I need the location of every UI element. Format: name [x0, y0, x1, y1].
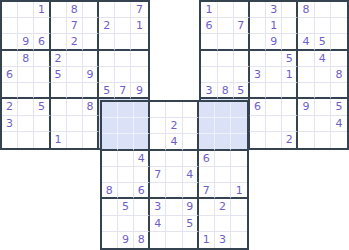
sudoku-grid-bottom-center: 24467486715392459813 [100, 100, 250, 250]
sudoku-cell: 2 [2, 99, 18, 115]
sudoku-cell[interactable] [199, 118, 215, 134]
sudoku-cell[interactable] [231, 102, 247, 118]
sudoku-cell: 6 [201, 18, 217, 34]
sudoku-cell: 8 [67, 2, 83, 18]
sudoku-cell[interactable] [83, 132, 99, 148]
sudoku-cell[interactable] [18, 67, 34, 83]
sudoku-cell[interactable] [83, 116, 99, 132]
sudoku-cell: 1 [34, 2, 50, 18]
sudoku-cell[interactable] [282, 34, 298, 50]
sudoku-cell[interactable] [298, 83, 314, 99]
sudoku-cell[interactable] [266, 83, 282, 99]
sudoku-cell[interactable] [199, 102, 215, 118]
sudoku-cell[interactable] [34, 51, 50, 67]
sudoku-cell[interactable] [282, 116, 298, 132]
sudoku-cell: 4 [134, 151, 150, 167]
sudoku-cell[interactable] [315, 18, 331, 34]
sudoku-cell: 5 [331, 99, 347, 115]
sudoku-cell[interactable] [199, 167, 215, 183]
sudoku-cell[interactable] [315, 83, 331, 99]
sudoku-cell[interactable] [282, 2, 298, 18]
sudoku-cell[interactable] [231, 151, 247, 167]
sudoku-cell: 7 [199, 183, 215, 199]
sudoku-cell: 4 [183, 167, 199, 183]
sudoku-cell: 6 [2, 67, 18, 83]
sudoku-cell[interactable] [118, 151, 134, 167]
sudoku-cell[interactable] [83, 18, 99, 34]
sudoku-cell: 3 [215, 232, 231, 248]
sudoku-cell: 4 [315, 51, 331, 67]
sudoku-cell[interactable] [118, 118, 134, 134]
sudoku-cell[interactable] [2, 18, 18, 34]
sudoku-cell: 2 [215, 199, 231, 215]
sudoku-cell[interactable] [231, 216, 247, 232]
sudoku-cell: 8 [102, 183, 118, 199]
sudoku-cell[interactable] [166, 167, 182, 183]
sudoku-cell[interactable] [83, 83, 99, 99]
sudoku-cell: 3 [266, 2, 282, 18]
sudoku-cell[interactable] [218, 2, 234, 18]
sudoku-cell[interactable] [166, 216, 182, 232]
sudoku-cell[interactable] [183, 183, 199, 199]
sudoku-cell: 9 [131, 83, 147, 99]
sudoku-cell[interactable] [231, 232, 247, 248]
sudoku-cell[interactable] [115, 18, 131, 34]
sudoku-cell[interactable] [134, 199, 150, 215]
sudoku-cell[interactable] [150, 232, 166, 248]
sudoku-cell: 2 [99, 18, 115, 34]
sudoku-cell[interactable] [250, 83, 266, 99]
sudoku-cell[interactable] [250, 2, 266, 18]
sudoku-cell: 8 [18, 51, 34, 67]
sudoku-cell[interactable] [282, 99, 298, 115]
sudoku-cell[interactable] [218, 18, 234, 34]
sudoku-cell[interactable] [67, 83, 83, 99]
sudoku-cell[interactable] [231, 167, 247, 183]
sudoku-cell[interactable] [102, 102, 118, 118]
sudoku-cell: 9 [118, 232, 134, 248]
sudoku-cell: 7 [150, 167, 166, 183]
sudoku-cell: 4 [150, 216, 166, 232]
sudoku-cell: 2 [282, 132, 298, 148]
sudoku-cell[interactable] [166, 199, 182, 215]
sudoku-cell: 8 [83, 99, 99, 115]
sudoku-cell[interactable] [201, 34, 217, 50]
sudoku-cell[interactable] [67, 99, 83, 115]
sudoku-cell[interactable] [118, 216, 134, 232]
sudoku-cell[interactable] [99, 34, 115, 50]
sudoku-cell: 5 [183, 216, 199, 232]
sudoku-cell[interactable] [215, 167, 231, 183]
sudoku-cell[interactable] [51, 99, 67, 115]
sudoku-cell[interactable] [34, 132, 50, 148]
sudoku-cell[interactable] [2, 83, 18, 99]
sudoku-cell[interactable] [18, 132, 34, 148]
sudoku-cell: 1 [282, 67, 298, 83]
sudoku-cell[interactable] [266, 67, 282, 83]
sudoku-cell[interactable] [51, 83, 67, 99]
sudoku-cell[interactable] [102, 199, 118, 215]
sudoku-cell: 1 [131, 18, 147, 34]
sudoku-cell[interactable] [134, 167, 150, 183]
sudoku-cell[interactable] [331, 83, 347, 99]
sudoku-cell: 5 [51, 67, 67, 83]
sudoku-cell: 9 [183, 199, 199, 215]
sudoku-cell[interactable] [199, 199, 215, 215]
sudoku-cell[interactable] [231, 134, 247, 150]
sudoku-cell: 5 [118, 199, 134, 215]
sudoku-cell[interactable] [18, 83, 34, 99]
sudoku-cell[interactable] [67, 67, 83, 83]
sudoku-cell[interactable] [183, 232, 199, 248]
sudoku-cell[interactable] [115, 51, 131, 67]
sudoku-cell[interactable] [115, 67, 131, 83]
sudoku-cell: 5 [234, 83, 250, 99]
sudoku-cell[interactable] [215, 134, 231, 150]
sudoku-cell[interactable] [34, 18, 50, 34]
sudoku-cell[interactable] [131, 67, 147, 83]
sudoku-cell[interactable] [215, 102, 231, 118]
sudoku-cell: 6 [134, 183, 150, 199]
sudoku-cell[interactable] [266, 51, 282, 67]
sudoku-cell: 4 [298, 34, 314, 50]
sudoku-cell[interactable] [18, 2, 34, 18]
sudoku-cell[interactable] [183, 134, 199, 150]
sudoku-cell[interactable] [2, 34, 18, 50]
sudoku-cell[interactable] [166, 102, 182, 118]
sudoku-cell[interactable] [118, 167, 134, 183]
sudoku-cell[interactable] [298, 67, 314, 83]
sudoku-cell[interactable] [315, 2, 331, 18]
sudoku-cell[interactable] [150, 183, 166, 199]
sudoku-cell[interactable] [118, 134, 134, 150]
sudoku-cell[interactable] [266, 99, 282, 115]
sudoku-cell[interactable] [51, 2, 67, 18]
sudoku-cell[interactable] [131, 34, 147, 50]
sudoku-cell: 1 [51, 132, 67, 148]
sudoku-cell[interactable] [250, 51, 266, 67]
sudoku-cell[interactable] [83, 34, 99, 50]
sudoku-cell[interactable] [18, 116, 34, 132]
sudoku-cell[interactable] [67, 132, 83, 148]
sudoku-cell: 7 [234, 18, 250, 34]
sudoku-cell[interactable] [18, 18, 34, 34]
sudoku-cell[interactable] [99, 2, 115, 18]
sudoku-cell: 1 [231, 183, 247, 199]
sudoku-cell[interactable] [67, 116, 83, 132]
sudoku-cell: 8 [218, 83, 234, 99]
sudoku-cell[interactable] [183, 102, 199, 118]
sudoku-cell[interactable] [315, 132, 331, 148]
sudoku-cell[interactable] [201, 67, 217, 83]
sudoku-cell[interactable] [331, 34, 347, 50]
sudoku-cell: 6 [199, 151, 215, 167]
sudoku-cell[interactable] [134, 118, 150, 134]
sudoku-cell[interactable] [231, 118, 247, 134]
sudoku-cell[interactable] [298, 116, 314, 132]
sudoku-cell[interactable] [166, 232, 182, 248]
sudoku-cell[interactable] [51, 18, 67, 34]
sudoku-cell[interactable] [134, 102, 150, 118]
sudoku-cell[interactable] [215, 183, 231, 199]
sudoku-cell: 5 [315, 34, 331, 50]
sudoku-cell: 2 [166, 118, 182, 134]
sudoku-cell[interactable] [183, 151, 199, 167]
sudoku-cell: 2 [67, 34, 83, 50]
sudoku-cell[interactable] [34, 67, 50, 83]
sudoku-cell: 9 [298, 99, 314, 115]
sudoku-cell: 5 [282, 51, 298, 67]
sudoku-cell[interactable] [183, 118, 199, 134]
sudoku-cell[interactable] [118, 102, 134, 118]
sudoku-cell[interactable] [118, 183, 134, 199]
sudoku-cell[interactable] [315, 99, 331, 115]
sudoku-cell: 8 [134, 232, 150, 248]
sudoku-cell[interactable] [51, 116, 67, 132]
sudoku-cell[interactable] [218, 67, 234, 83]
sudoku-cell: 2 [51, 51, 67, 67]
sudoku-cell: 4 [166, 134, 182, 150]
sudoku-cell[interactable] [102, 118, 118, 134]
sudoku-cell[interactable] [315, 116, 331, 132]
sudoku-cell[interactable] [150, 118, 166, 134]
sudoku-cell[interactable] [150, 102, 166, 118]
sudoku-cell[interactable] [166, 151, 182, 167]
sudoku-cell[interactable] [266, 132, 282, 148]
sudoku-cell[interactable] [250, 34, 266, 50]
sudoku-cell[interactable] [215, 151, 231, 167]
sudoku-cell: 3 [250, 67, 266, 83]
sudoku-cell[interactable] [234, 34, 250, 50]
sudoku-cell[interactable] [102, 232, 118, 248]
sudoku-cell[interactable] [102, 134, 118, 150]
sudoku-cell[interactable] [331, 18, 347, 34]
sudoku-cell[interactable] [99, 67, 115, 83]
sudoku-cell[interactable] [215, 216, 231, 232]
sudoku-cell[interactable] [266, 116, 282, 132]
sudoku-cell[interactable] [34, 116, 50, 132]
sudoku-cell: 1 [266, 18, 282, 34]
sudoku-cell[interactable] [2, 51, 18, 67]
sudoku-cell: 1 [199, 232, 215, 248]
sudoku-cell: 4 [331, 116, 347, 132]
sudoku-cell[interactable] [83, 2, 99, 18]
sudoku-cell[interactable] [298, 18, 314, 34]
sudoku-cell[interactable] [331, 2, 347, 18]
sudoku-cell[interactable] [218, 34, 234, 50]
sudoku-cell[interactable] [234, 67, 250, 83]
sudoku-cell: 8 [298, 2, 314, 18]
sudoku-cell: 3 [201, 83, 217, 99]
sudoku-cell: 6 [250, 99, 266, 115]
sudoku-cell: 5 [34, 99, 50, 115]
sudoku-cell[interactable] [298, 51, 314, 67]
sudoku-cell[interactable] [115, 2, 131, 18]
sudoku-cell[interactable] [250, 132, 266, 148]
sudoku-cell[interactable] [282, 83, 298, 99]
sudoku-cell: 9 [83, 67, 99, 83]
sudoku-cell[interactable] [234, 51, 250, 67]
sudoku-cell: 3 [150, 199, 166, 215]
sudoku-cell[interactable] [2, 2, 18, 18]
sudoku-cell[interactable] [250, 116, 266, 132]
sudoku-cell[interactable] [201, 51, 217, 67]
sudoku-cell[interactable] [2, 132, 18, 148]
sudoku-cell[interactable] [134, 216, 150, 232]
sudoku-cell[interactable] [234, 2, 250, 18]
sudoku-cell: 5 [99, 83, 115, 99]
sudoku-cell: 1 [201, 2, 217, 18]
sudoku-cell: 9 [266, 34, 282, 50]
sudoku-cell[interactable] [131, 51, 147, 67]
sudoku-cell[interactable] [166, 183, 182, 199]
sudoku-cell[interactable] [150, 151, 166, 167]
sudoku-cell[interactable] [150, 134, 166, 150]
sudoku-cell[interactable] [215, 118, 231, 134]
sudoku-cell: 7 [67, 18, 83, 34]
sudoku-cell: 7 [115, 83, 131, 99]
sudoku-cell[interactable] [115, 34, 131, 50]
sudoku-cell[interactable] [250, 18, 266, 34]
sudoku-cell[interactable] [18, 99, 34, 115]
sudoku-cell[interactable] [34, 83, 50, 99]
sudoku-cell[interactable] [83, 51, 99, 67]
sudoku-cell: 6 [34, 34, 50, 50]
sudoku-cell[interactable] [231, 199, 247, 215]
sudoku-cell[interactable] [298, 132, 314, 148]
sudoku-cell[interactable] [331, 51, 347, 67]
sudoku-cell[interactable] [199, 134, 215, 150]
sudoku-cell: 7 [131, 2, 147, 18]
sudoku-cell[interactable] [67, 51, 83, 67]
sudoku-cell: 9 [18, 34, 34, 50]
sudoku-cell[interactable] [102, 151, 118, 167]
sudoku-cell[interactable] [282, 18, 298, 34]
sudoku-cell[interactable] [99, 51, 115, 67]
sudoku-cell: 3 [2, 116, 18, 132]
sudoku-cell[interactable] [218, 51, 234, 67]
sudoku-cell: 8 [331, 67, 347, 83]
sudoku-cell[interactable] [102, 216, 118, 232]
sudoku-cell[interactable] [315, 67, 331, 83]
sudoku-cell[interactable] [51, 34, 67, 50]
sudoku-cell[interactable] [199, 216, 215, 232]
sudoku-cell[interactable] [102, 167, 118, 183]
sudoku-cell[interactable] [331, 132, 347, 148]
sudoku-cell[interactable] [134, 134, 150, 150]
multi-sudoku-board: 1877219628265957925831 13867194554318385… [0, 0, 349, 250]
